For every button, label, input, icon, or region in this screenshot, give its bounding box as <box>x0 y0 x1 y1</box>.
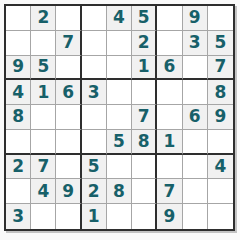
cell-r1c6[interactable]: 5 <box>132 6 157 31</box>
cell-r2c7[interactable] <box>157 31 182 56</box>
cell-r1c3[interactable] <box>56 6 81 31</box>
cell-r3c3[interactable] <box>56 56 81 81</box>
cell-r4c6[interactable] <box>132 80 157 105</box>
cell-r9c5[interactable] <box>107 204 132 229</box>
cell-r4c3[interactable]: 6 <box>56 80 81 105</box>
cell-r1c5[interactable]: 4 <box>107 6 132 31</box>
cell-r8c4[interactable]: 2 <box>82 179 107 204</box>
cell-r1c8[interactable]: 9 <box>183 6 208 31</box>
cell-r5c6[interactable]: 7 <box>132 105 157 130</box>
cell-r5c9[interactable]: 9 <box>208 105 233 130</box>
cell-r3c1[interactable]: 9 <box>6 56 31 81</box>
cell-r4c7[interactable] <box>157 80 182 105</box>
cell-r4c5[interactable] <box>107 80 132 105</box>
cell-r4c8[interactable] <box>183 80 208 105</box>
cell-r3c9[interactable]: 7 <box>208 56 233 81</box>
cell-r1c1[interactable] <box>6 6 31 31</box>
cell-r4c2[interactable]: 1 <box>31 80 56 105</box>
cell-r8c7[interactable]: 7 <box>157 179 182 204</box>
cell-r7c4[interactable]: 5 <box>82 155 107 180</box>
cell-r7c7[interactable] <box>157 155 182 180</box>
cell-r3c6[interactable]: 1 <box>132 56 157 81</box>
cell-r8c5[interactable]: 8 <box>107 179 132 204</box>
cell-r3c5[interactable] <box>107 56 132 81</box>
cell-r6c3[interactable] <box>56 130 81 155</box>
cell-r4c1[interactable]: 4 <box>6 80 31 105</box>
cell-r8c8[interactable] <box>183 179 208 204</box>
cell-r6c4[interactable] <box>82 130 107 155</box>
cell-r9c8[interactable] <box>183 204 208 229</box>
cell-r7c9[interactable]: 4 <box>208 155 233 180</box>
cell-r9c1[interactable]: 3 <box>6 204 31 229</box>
cell-r5c5[interactable] <box>107 105 132 130</box>
sudoku-board: 2459723595167416388769581275449287319 <box>4 4 235 231</box>
cell-r6c1[interactable] <box>6 130 31 155</box>
cell-r3c7[interactable]: 6 <box>157 56 182 81</box>
cell-r7c6[interactable] <box>132 155 157 180</box>
cell-r6c7[interactable]: 1 <box>157 130 182 155</box>
cell-r5c4[interactable] <box>82 105 107 130</box>
cell-r5c1[interactable]: 8 <box>6 105 31 130</box>
cell-r2c6[interactable]: 2 <box>132 31 157 56</box>
cell-r5c2[interactable] <box>31 105 56 130</box>
cell-r9c9[interactable] <box>208 204 233 229</box>
cell-r7c5[interactable] <box>107 155 132 180</box>
cell-r3c2[interactable]: 5 <box>31 56 56 81</box>
cell-r7c3[interactable] <box>56 155 81 180</box>
cell-r9c6[interactable] <box>132 204 157 229</box>
cell-r2c2[interactable] <box>31 31 56 56</box>
cell-r8c3[interactable]: 9 <box>56 179 81 204</box>
cell-r6c6[interactable]: 8 <box>132 130 157 155</box>
cell-r1c2[interactable]: 2 <box>31 6 56 31</box>
cell-r5c8[interactable]: 6 <box>183 105 208 130</box>
cell-r2c9[interactable]: 5 <box>208 31 233 56</box>
cell-r2c8[interactable]: 3 <box>183 31 208 56</box>
cell-r2c3[interactable]: 7 <box>56 31 81 56</box>
cell-r2c5[interactable] <box>107 31 132 56</box>
cell-r6c8[interactable] <box>183 130 208 155</box>
cell-r9c3[interactable] <box>56 204 81 229</box>
cell-r2c1[interactable] <box>6 31 31 56</box>
cell-r1c4[interactable] <box>82 6 107 31</box>
cell-r7c1[interactable]: 2 <box>6 155 31 180</box>
cell-r7c8[interactable] <box>183 155 208 180</box>
cell-r4c4[interactable]: 3 <box>82 80 107 105</box>
cell-r5c3[interactable] <box>56 105 81 130</box>
cell-r9c7[interactable]: 9 <box>157 204 182 229</box>
cell-r6c5[interactable]: 5 <box>107 130 132 155</box>
cell-r8c2[interactable]: 4 <box>31 179 56 204</box>
cell-r6c9[interactable] <box>208 130 233 155</box>
cell-r8c1[interactable] <box>6 179 31 204</box>
cell-r9c4[interactable]: 1 <box>82 204 107 229</box>
cell-r3c4[interactable] <box>82 56 107 81</box>
cell-r8c9[interactable] <box>208 179 233 204</box>
cell-r8c6[interactable] <box>132 179 157 204</box>
cell-r6c2[interactable] <box>31 130 56 155</box>
cell-r5c7[interactable] <box>157 105 182 130</box>
cell-r1c9[interactable] <box>208 6 233 31</box>
cell-r9c2[interactable] <box>31 204 56 229</box>
cell-r2c4[interactable] <box>82 31 107 56</box>
cell-r4c9[interactable]: 8 <box>208 80 233 105</box>
cell-r1c7[interactable] <box>157 6 182 31</box>
cell-r3c8[interactable] <box>183 56 208 81</box>
cell-r7c2[interactable]: 7 <box>31 155 56 180</box>
